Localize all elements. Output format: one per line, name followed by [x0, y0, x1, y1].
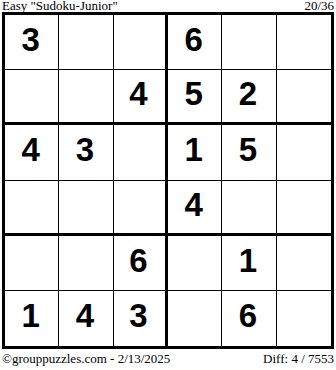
cell-r3c1-given: 4: [5, 125, 59, 180]
board: 3645243154611436: [2, 12, 334, 349]
cell-r1c3-empty[interactable]: [114, 15, 168, 70]
cell-r1c2-empty[interactable]: [59, 15, 113, 70]
cell-r2c3-given: 4: [114, 70, 168, 125]
cell-r4c3-empty[interactable]: [114, 181, 168, 236]
cell-r3c2-given: 3: [59, 125, 113, 180]
cell-r4c1-empty[interactable]: [5, 181, 59, 236]
cell-r2c1-empty[interactable]: [5, 70, 59, 125]
footer: ©grouppuzzles.com - 2/13/2025 Diff: 4 / …: [2, 352, 334, 366]
cell-r1c1-given: 3: [5, 15, 59, 70]
cell-r6c1-given: 1: [5, 291, 59, 346]
cell-r5c1-empty[interactable]: [5, 236, 59, 291]
difficulty-rating: Diff: 4 / 7553: [263, 352, 334, 366]
remaining-counter: 20/36: [304, 0, 334, 12]
cell-r4c4-given: 4: [168, 181, 222, 236]
cell-r4c5-empty[interactable]: [222, 181, 276, 236]
cell-r4c2-empty[interactable]: [59, 181, 113, 236]
cell-r2c6-empty[interactable]: [277, 70, 331, 125]
cell-r3c4-given: 1: [168, 125, 222, 180]
cell-r1c6-empty[interactable]: [277, 15, 331, 70]
puzzle-title: Easy "Sudoku-Junior": [2, 0, 118, 12]
cell-r3c5-given: 5: [222, 125, 276, 180]
cell-r5c3-given: 6: [114, 236, 168, 291]
cell-r3c3-empty[interactable]: [114, 125, 168, 180]
cell-r5c6-empty[interactable]: [277, 236, 331, 291]
cell-r2c2-empty[interactable]: [59, 70, 113, 125]
cell-r2c5-given: 2: [222, 70, 276, 125]
cell-r1c4-given: 6: [168, 15, 222, 70]
cell-r6c5-given: 6: [222, 291, 276, 346]
cell-r6c3-given: 3: [114, 291, 168, 346]
cell-r2c4-given: 5: [168, 70, 222, 125]
cell-r4c6-empty[interactable]: [277, 181, 331, 236]
cell-r5c2-empty[interactable]: [59, 236, 113, 291]
cell-r6c2-given: 4: [59, 291, 113, 346]
cell-r5c4-empty[interactable]: [168, 236, 222, 291]
cell-r6c4-empty[interactable]: [168, 291, 222, 346]
header: Easy "Sudoku-Junior" 20/36: [2, 0, 334, 12]
cell-r5c5-given: 1: [222, 236, 276, 291]
copyright-date: ©grouppuzzles.com - 2/13/2025: [2, 352, 170, 366]
cell-r6c6-empty[interactable]: [277, 291, 331, 346]
cell-r3c6-empty[interactable]: [277, 125, 331, 180]
cell-r1c5-empty[interactable]: [222, 15, 276, 70]
